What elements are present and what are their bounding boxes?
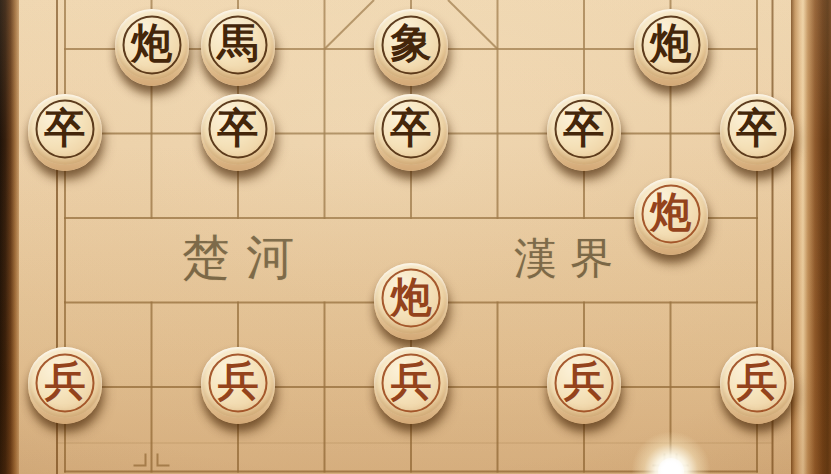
piece-black-soldier-i7[interactable]: 卒: [720, 93, 794, 170]
cannon-piece-face: 炮: [374, 262, 448, 333]
piece-character: 馬: [218, 23, 259, 64]
piece-character: 卒: [737, 107, 778, 148]
piece-character: 兵: [45, 361, 86, 402]
piece-red-soldier-i4[interactable]: 兵: [720, 347, 794, 424]
piece-black-cannon-b8[interactable]: 炮: [115, 9, 189, 86]
piece-black-soldier-c7[interactable]: 卒: [201, 93, 275, 170]
piece-character: 炮: [131, 23, 172, 64]
board-frame-left: [0, 0, 19, 474]
piece-character: 炮: [650, 192, 691, 233]
piece-character: 炮: [650, 23, 691, 64]
soldier-piece-face: 兵: [547, 347, 621, 418]
soldier-piece-face: 兵: [720, 347, 794, 418]
piece-black-horse-c8[interactable]: 馬: [201, 9, 275, 86]
soldier-piece-face: 卒: [28, 93, 102, 164]
piece-black-soldier-e7[interactable]: 卒: [374, 93, 448, 170]
piece-character: 卒: [45, 107, 86, 148]
piece-character: 卒: [564, 107, 605, 148]
piece-character: 兵: [564, 361, 605, 402]
piece-character: 卒: [391, 107, 432, 148]
soldier-piece-face: 兵: [201, 347, 275, 418]
piece-character: 兵: [391, 361, 432, 402]
piece-character: 卒: [218, 107, 259, 148]
soldier-piece-face: 卒: [547, 93, 621, 164]
river-text-right: 漢界: [514, 230, 626, 288]
soldier-piece-face: 兵: [28, 347, 102, 418]
cannon-piece-face: 炮: [115, 9, 189, 80]
piece-red-soldier-c4[interactable]: 兵: [201, 347, 275, 424]
soldier-piece-face: 卒: [201, 93, 275, 164]
piece-red-soldier-g4[interactable]: 兵: [547, 347, 621, 424]
xiangqi-board: 楚河 漢界 炮馬象炮卒卒卒卒卒炮炮兵兵兵兵兵: [0, 0, 831, 474]
soldier-piece-face: 卒: [720, 93, 794, 164]
piece-black-cannon-h8[interactable]: 炮: [634, 9, 708, 86]
cannon-piece-face: 炮: [634, 9, 708, 80]
board-frame-right: [791, 0, 831, 474]
soldier-piece-face: 卒: [374, 93, 448, 164]
piece-black-soldier-a7[interactable]: 卒: [28, 93, 102, 170]
piece-character: 兵: [218, 361, 259, 402]
piece-red-soldier-a4[interactable]: 兵: [28, 347, 102, 424]
piece-character: 象: [391, 23, 432, 64]
river-text-left: 楚河: [182, 226, 310, 290]
piece-red-soldier-e4[interactable]: 兵: [374, 347, 448, 424]
piece-character: 炮: [391, 276, 432, 317]
elephant-piece-face: 象: [374, 9, 448, 80]
piece-red-cannon-e5[interactable]: 炮: [374, 262, 448, 339]
piece-character: 兵: [737, 361, 778, 402]
piece-black-elephant-e8[interactable]: 象: [374, 9, 448, 86]
cannon-piece-face: 炮: [634, 178, 708, 249]
soldier-piece-face: 兵: [374, 347, 448, 418]
piece-black-soldier-g7[interactable]: 卒: [547, 93, 621, 170]
piece-red-cannon-h6[interactable]: 炮: [634, 178, 708, 255]
horse-piece-face: 馬: [201, 9, 275, 80]
